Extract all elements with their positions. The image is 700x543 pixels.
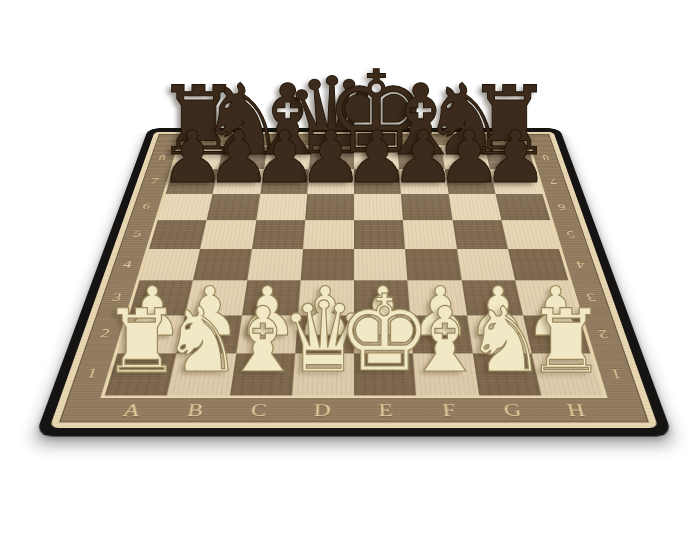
piece-black-pawn-h7[interactable]: ♟ [483, 121, 548, 193]
scene: ABCDEFGH ABCDEFGH 87654321 87654321 ♜♞♝♛… [0, 0, 700, 543]
piece-white-rook-h1[interactable]: ♜ [527, 298, 606, 386]
pieces-layer: ♜♞♝♛♚♝♞♜♟♟♟♟♟♟♟♟♟♟♟♟♟♟♟♟♜♞♝♛♚♝♞♜ [0, 0, 700, 543]
